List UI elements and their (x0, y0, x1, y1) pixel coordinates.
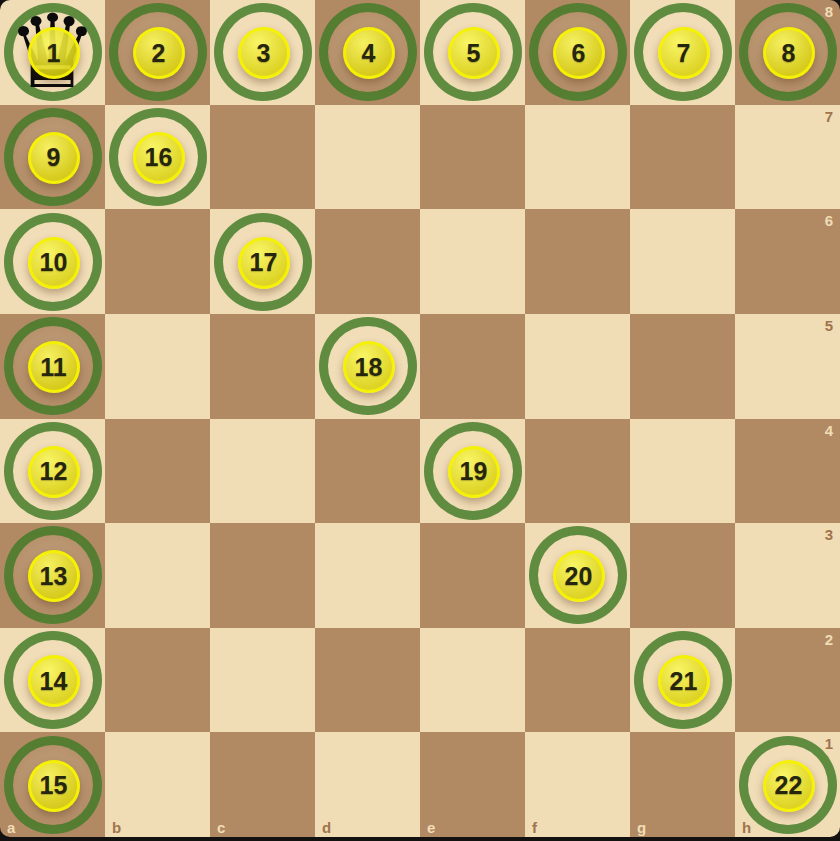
move-number-disc: 6 (553, 27, 605, 79)
move-number-disc: 9 (28, 132, 80, 184)
rank-label-7: 7 (825, 108, 833, 125)
move-number-disc: 8 (763, 27, 815, 79)
square-h3[interactable]: 3 (735, 523, 840, 628)
square-a5[interactable]: 11 (0, 314, 105, 419)
square-e8[interactable]: 5 (420, 0, 525, 105)
move-number-label: 7 (677, 39, 691, 68)
move-number-disc: 14 (28, 655, 80, 707)
square-b7[interactable]: 16 (105, 105, 210, 210)
move-number-label: 3 (257, 39, 271, 68)
square-h7[interactable]: 7 (735, 105, 840, 210)
move-number-label: 13 (40, 562, 68, 591)
square-f3[interactable]: 20 (525, 523, 630, 628)
square-c6[interactable]: 17 (210, 209, 315, 314)
move-number-label: 9 (47, 143, 61, 172)
square-a1[interactable]: 15a (0, 732, 105, 837)
square-f6[interactable] (525, 209, 630, 314)
rank-label-4: 4 (825, 422, 833, 439)
file-label-g: g (637, 819, 646, 836)
square-e3[interactable] (420, 523, 525, 628)
move-number-label: 17 (250, 248, 278, 277)
move-number-label: 1 (47, 39, 61, 68)
square-b6[interactable] (105, 209, 210, 314)
move-number-label: 16 (145, 143, 173, 172)
move-number-label: 2 (152, 39, 166, 68)
move-number-disc: 7 (658, 27, 710, 79)
rank-label-1: 1 (825, 735, 833, 752)
square-d1[interactable]: d (315, 732, 420, 837)
square-c7[interactable] (210, 105, 315, 210)
move-number-label: 20 (565, 562, 593, 591)
square-e7[interactable] (420, 105, 525, 210)
square-g8[interactable]: 7 (630, 0, 735, 105)
square-h6[interactable]: 6 (735, 209, 840, 314)
move-number-disc: 15 (28, 760, 80, 812)
square-b5[interactable] (105, 314, 210, 419)
square-h5[interactable]: 5 (735, 314, 840, 419)
square-d8[interactable]: 4 (315, 0, 420, 105)
square-a3[interactable]: 13 (0, 523, 105, 628)
square-g1[interactable]: g (630, 732, 735, 837)
move-number-label: 8 (782, 39, 796, 68)
square-a8[interactable]: ♛1 (0, 0, 105, 105)
move-number-disc: 21 (658, 655, 710, 707)
square-g5[interactable] (630, 314, 735, 419)
move-number-disc: 10 (28, 237, 80, 289)
square-c3[interactable] (210, 523, 315, 628)
file-label-h: h (742, 819, 751, 836)
square-a6[interactable]: 10 (0, 209, 105, 314)
square-b2[interactable] (105, 628, 210, 733)
square-h1[interactable]: 221h (735, 732, 840, 837)
square-b1[interactable]: b (105, 732, 210, 837)
square-h8[interactable]: 88 (735, 0, 840, 105)
move-number-label: 5 (467, 39, 481, 68)
move-number-label: 21 (670, 667, 698, 696)
move-number-disc: 18 (343, 341, 395, 393)
square-e2[interactable] (420, 628, 525, 733)
square-g3[interactable] (630, 523, 735, 628)
move-number-label: 4 (362, 39, 376, 68)
square-a4[interactable]: 12 (0, 419, 105, 524)
move-number-disc: 16 (133, 132, 185, 184)
square-g4[interactable] (630, 419, 735, 524)
square-d5[interactable]: 18 (315, 314, 420, 419)
square-d4[interactable] (315, 419, 420, 524)
square-g2[interactable]: 21 (630, 628, 735, 733)
move-number-disc: 1 (28, 27, 80, 79)
square-f5[interactable] (525, 314, 630, 419)
file-label-f: f (532, 819, 537, 836)
file-label-c: c (217, 819, 225, 836)
move-number-disc: 20 (553, 550, 605, 602)
square-d3[interactable] (315, 523, 420, 628)
file-label-b: b (112, 819, 121, 836)
move-number-disc: 2 (133, 27, 185, 79)
square-h2[interactable]: 2 (735, 628, 840, 733)
square-c2[interactable] (210, 628, 315, 733)
square-b8[interactable]: 2 (105, 0, 210, 105)
square-c1[interactable]: c (210, 732, 315, 837)
move-number-disc: 17 (238, 237, 290, 289)
square-f7[interactable] (525, 105, 630, 210)
move-number-label: 11 (40, 353, 66, 382)
square-b4[interactable] (105, 419, 210, 524)
chess-board: ♛123456788916710176111851219413203142121… (0, 0, 840, 837)
move-number-label: 12 (40, 457, 68, 486)
file-label-a: a (7, 819, 15, 836)
square-f1[interactable]: f (525, 732, 630, 837)
square-h4[interactable]: 4 (735, 419, 840, 524)
move-number-disc: 3 (238, 27, 290, 79)
rank-label-5: 5 (825, 317, 833, 334)
square-f2[interactable] (525, 628, 630, 733)
square-a2[interactable]: 14 (0, 628, 105, 733)
move-number-disc: 11 (28, 341, 80, 393)
rank-label-6: 6 (825, 212, 833, 229)
move-number-disc: 4 (343, 27, 395, 79)
rank-label-8: 8 (825, 3, 833, 20)
move-number-label: 15 (40, 771, 68, 800)
rank-label-3: 3 (825, 526, 833, 543)
move-number-label: 19 (460, 457, 488, 486)
file-label-e: e (427, 819, 435, 836)
square-a7[interactable]: 9 (0, 105, 105, 210)
move-number-label: 10 (40, 248, 68, 277)
move-number-label: 22 (775, 771, 803, 800)
square-c8[interactable]: 3 (210, 0, 315, 105)
square-e1[interactable]: e (420, 732, 525, 837)
move-number-disc: 12 (28, 446, 80, 498)
move-number-disc: 13 (28, 550, 80, 602)
square-g6[interactable] (630, 209, 735, 314)
square-d6[interactable] (315, 209, 420, 314)
square-e6[interactable] (420, 209, 525, 314)
move-number-label: 14 (40, 667, 68, 696)
square-d2[interactable] (315, 628, 420, 733)
square-e4[interactable]: 19 (420, 419, 525, 524)
square-f4[interactable] (525, 419, 630, 524)
move-number-disc: 19 (448, 446, 500, 498)
square-b3[interactable] (105, 523, 210, 628)
rank-label-2: 2 (825, 631, 833, 648)
square-f8[interactable]: 6 (525, 0, 630, 105)
square-d7[interactable] (315, 105, 420, 210)
move-number-label: 6 (572, 39, 586, 68)
file-label-d: d (322, 819, 331, 836)
square-c5[interactable] (210, 314, 315, 419)
square-e5[interactable] (420, 314, 525, 419)
square-c4[interactable] (210, 419, 315, 524)
move-number-disc: 22 (763, 760, 815, 812)
move-number-disc: 5 (448, 27, 500, 79)
square-g7[interactable] (630, 105, 735, 210)
move-number-label: 18 (355, 353, 383, 382)
